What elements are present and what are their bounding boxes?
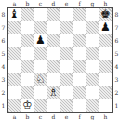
- square-h3[interactable]: [99, 73, 112, 86]
- square-f1[interactable]: [73, 99, 86, 112]
- rank-label-left-6: 6: [0, 34, 7, 47]
- square-g2[interactable]: [86, 86, 99, 99]
- square-e8[interactable]: [60, 8, 73, 21]
- square-f5[interactable]: [73, 47, 86, 60]
- file-label-top-c: c: [34, 0, 47, 7]
- rank-label-left-5: 5: [0, 47, 7, 60]
- piece-black-pawn[interactable]: ♟: [35, 34, 46, 47]
- file-label-bottom-e: e: [60, 113, 73, 120]
- square-a4[interactable]: [8, 60, 21, 73]
- square-g4[interactable]: [86, 60, 99, 73]
- square-h6[interactable]: [99, 34, 112, 47]
- rank-label-left-3: 3: [0, 73, 7, 86]
- file-label-bottom-h: h: [99, 113, 112, 120]
- rank-label-left-8: 8: [0, 8, 7, 21]
- chess-board: ♝♚♟♟♘♗♔: [7, 7, 113, 113]
- file-label-top-b: b: [21, 0, 34, 7]
- square-a7[interactable]: [8, 21, 21, 34]
- square-f8[interactable]: [73, 8, 86, 21]
- square-b6[interactable]: [21, 34, 34, 47]
- square-d1[interactable]: [47, 99, 60, 112]
- square-a8[interactable]: ♝: [8, 8, 21, 21]
- square-b8[interactable]: [21, 8, 34, 21]
- square-b4[interactable]: [21, 60, 34, 73]
- square-d7[interactable]: [47, 21, 60, 34]
- square-h2[interactable]: [99, 86, 112, 99]
- rank-label-right-3: 3: [113, 73, 120, 86]
- piece-white-knight[interactable]: ♘: [35, 73, 46, 86]
- square-d5[interactable]: [47, 47, 60, 60]
- square-e6[interactable]: [60, 34, 73, 47]
- file-label-bottom-a: a: [8, 113, 21, 120]
- file-label-top-f: f: [73, 0, 86, 7]
- square-e3[interactable]: [60, 73, 73, 86]
- square-g1[interactable]: [86, 99, 99, 112]
- square-c1[interactable]: [34, 99, 47, 112]
- square-c2[interactable]: [34, 86, 47, 99]
- square-e7[interactable]: [60, 21, 73, 34]
- square-h5[interactable]: [99, 47, 112, 60]
- file-label-bottom-b: b: [21, 113, 34, 120]
- piece-white-king[interactable]: ♔: [22, 99, 33, 112]
- square-e1[interactable]: [60, 99, 73, 112]
- piece-white-bishop[interactable]: ♗: [48, 86, 59, 99]
- square-b1[interactable]: ♔: [21, 99, 34, 112]
- square-d4[interactable]: [47, 60, 60, 73]
- rank-label-right-2: 2: [113, 86, 120, 99]
- square-a1[interactable]: [8, 99, 21, 112]
- square-h1[interactable]: [99, 99, 112, 112]
- square-f7[interactable]: [73, 21, 86, 34]
- chess-diagram: ♝♚♟♟♘♗♔ aabbccddeeffgghh8877665544332211: [0, 0, 120, 120]
- square-b7[interactable]: [21, 21, 34, 34]
- rank-label-right-1: 1: [113, 99, 120, 112]
- file-label-bottom-d: d: [47, 113, 60, 120]
- file-label-top-g: g: [86, 0, 99, 7]
- square-c6[interactable]: ♟: [34, 34, 47, 47]
- square-d6[interactable]: [47, 34, 60, 47]
- square-a3[interactable]: [8, 73, 21, 86]
- square-g7[interactable]: [86, 21, 99, 34]
- file-label-bottom-f: f: [73, 113, 86, 120]
- square-b5[interactable]: [21, 47, 34, 60]
- piece-black-pawn[interactable]: ♟: [100, 21, 111, 34]
- rank-label-right-4: 4: [113, 60, 120, 73]
- square-e4[interactable]: [60, 60, 73, 73]
- file-label-bottom-g: g: [86, 113, 99, 120]
- square-g8[interactable]: [86, 8, 99, 21]
- square-g3[interactable]: [86, 73, 99, 86]
- square-c3[interactable]: ♘: [34, 73, 47, 86]
- square-d2[interactable]: ♗: [47, 86, 60, 99]
- rank-label-left-2: 2: [0, 86, 7, 99]
- square-c5[interactable]: [34, 47, 47, 60]
- file-label-top-e: e: [60, 0, 73, 7]
- square-a6[interactable]: [8, 34, 21, 47]
- square-g6[interactable]: [86, 34, 99, 47]
- file-label-bottom-c: c: [34, 113, 47, 120]
- rank-label-left-7: 7: [0, 21, 7, 34]
- square-f2[interactable]: [73, 86, 86, 99]
- rank-label-right-6: 6: [113, 34, 120, 47]
- square-a5[interactable]: [8, 47, 21, 60]
- file-label-top-h: h: [99, 0, 112, 7]
- rank-label-right-7: 7: [113, 21, 120, 34]
- square-h4[interactable]: [99, 60, 112, 73]
- rank-label-left-1: 1: [0, 99, 7, 112]
- rank-label-right-5: 5: [113, 47, 120, 60]
- square-e5[interactable]: [60, 47, 73, 60]
- piece-black-bishop[interactable]: ♝: [9, 8, 20, 21]
- square-c8[interactable]: [34, 8, 47, 21]
- square-f3[interactable]: [73, 73, 86, 86]
- square-g5[interactable]: [86, 47, 99, 60]
- square-a2[interactable]: [8, 86, 21, 99]
- square-f4[interactable]: [73, 60, 86, 73]
- file-label-top-d: d: [47, 0, 60, 7]
- rank-label-right-8: 8: [113, 8, 120, 21]
- square-d8[interactable]: [47, 8, 60, 21]
- rank-label-left-4: 4: [0, 60, 7, 73]
- square-f6[interactable]: [73, 34, 86, 47]
- file-label-top-a: a: [8, 0, 21, 7]
- square-h7[interactable]: ♟: [99, 21, 112, 34]
- square-b3[interactable]: [21, 73, 34, 86]
- square-e2[interactable]: [60, 86, 73, 99]
